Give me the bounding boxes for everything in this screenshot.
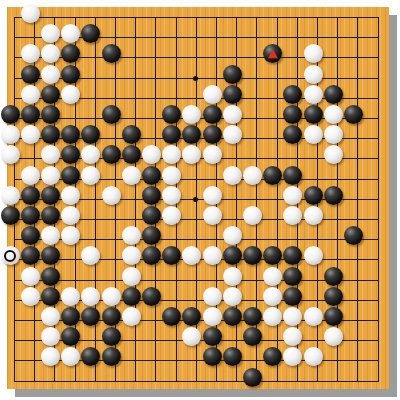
- white-stone: [81, 287, 100, 306]
- white-stone: [162, 206, 181, 225]
- white-stone: [223, 287, 242, 306]
- white-stone: [203, 287, 222, 306]
- white-stone: [223, 267, 242, 286]
- white-stone: [122, 166, 141, 185]
- white-stone: [61, 206, 80, 225]
- white-stone: [324, 105, 343, 124]
- white-stone: [263, 287, 282, 306]
- white-stone: [223, 105, 242, 124]
- white-stone: [1, 145, 20, 164]
- black-stone: [41, 125, 60, 144]
- black-stone: [41, 287, 60, 306]
- black-stone: [324, 307, 343, 326]
- white-stone: [223, 166, 242, 185]
- white-stone: [243, 206, 262, 225]
- white-stone: [81, 166, 100, 185]
- black-stone: [102, 307, 121, 326]
- white-stone: [223, 125, 242, 144]
- go-board[interactable]: [7, 7, 389, 389]
- black-stone: [102, 347, 121, 366]
- white-stone: [324, 327, 343, 346]
- black-stone: [21, 206, 40, 225]
- white-stone: [102, 287, 121, 306]
- white-stone: [41, 307, 60, 326]
- white-stone: [304, 206, 323, 225]
- white-stone: [41, 226, 60, 245]
- white-stone: [41, 24, 60, 43]
- go-app-window: [0, 0, 400, 400]
- white-stone: [203, 246, 222, 265]
- white-stone: [203, 206, 222, 225]
- white-stone: [304, 246, 323, 265]
- black-stone: [304, 186, 323, 205]
- triangle-marker: [268, 49, 278, 58]
- black-stone: [1, 105, 20, 124]
- black-stone: [122, 145, 141, 164]
- black-stone: [41, 105, 60, 124]
- black-stone: [283, 287, 302, 306]
- black-stone: [243, 327, 262, 346]
- white-stone: [122, 226, 141, 245]
- black-stone: [21, 246, 40, 265]
- black-stone: [142, 166, 161, 185]
- black-stone: [41, 267, 60, 286]
- black-stone: [142, 287, 161, 306]
- black-stone: [21, 65, 40, 84]
- white-stone: [203, 186, 222, 205]
- star-point: [193, 76, 198, 81]
- white-stone: [21, 287, 40, 306]
- black-stone: [21, 105, 40, 124]
- black-stone: [142, 226, 161, 245]
- black-stone: [344, 226, 363, 245]
- black-stone: [203, 105, 222, 124]
- black-stone: [223, 85, 242, 104]
- white-stone: [223, 226, 242, 245]
- black-stone: [162, 105, 181, 124]
- white-stone: [243, 166, 262, 185]
- black-stone: [283, 267, 302, 286]
- white-stone: [122, 267, 141, 286]
- black-stone: [324, 287, 343, 306]
- black-stone: [203, 347, 222, 366]
- white-stone: [203, 85, 222, 104]
- white-stone: [61, 287, 80, 306]
- white-stone: [21, 4, 40, 23]
- black-stone: [203, 327, 222, 346]
- black-stone: [102, 327, 121, 346]
- white-stone: [304, 44, 323, 63]
- white-stone: [304, 85, 323, 104]
- white-stone: [304, 125, 323, 144]
- black-stone: [102, 145, 121, 164]
- circle-marker: [4, 250, 16, 262]
- black-stone: [122, 125, 141, 144]
- white-stone: [41, 166, 60, 185]
- black-stone: [41, 206, 60, 225]
- black-stone: [61, 307, 80, 326]
- black-stone: [203, 125, 222, 144]
- white-stone: [102, 186, 121, 205]
- white-stone: [263, 307, 282, 326]
- black-stone: [283, 85, 302, 104]
- white-stone: [41, 65, 60, 84]
- black-stone: [243, 307, 262, 326]
- black-stone: [304, 105, 323, 124]
- black-stone: [1, 206, 20, 225]
- black-stone: [102, 105, 121, 124]
- white-stone: [304, 65, 323, 84]
- white-stone: [324, 145, 343, 164]
- black-stone: [61, 166, 80, 185]
- white-stone: [324, 125, 343, 144]
- black-stone: [223, 347, 242, 366]
- black-stone: [21, 186, 40, 205]
- white-stone: [203, 307, 222, 326]
- black-stone: [162, 307, 181, 326]
- black-stone: [223, 65, 242, 84]
- white-stone: [21, 125, 40, 144]
- black-stone: [324, 85, 343, 104]
- black-stone: [142, 206, 161, 225]
- white-stone: [21, 166, 40, 185]
- black-stone: [21, 226, 40, 245]
- black-stone: [122, 287, 141, 306]
- black-stone: [243, 368, 262, 387]
- white-stone: [162, 186, 181, 205]
- black-stone: [283, 166, 302, 185]
- black-stone: [324, 186, 343, 205]
- black-stone: [142, 186, 161, 205]
- white-stone: [21, 85, 40, 104]
- white-stone: [1, 125, 20, 144]
- black-stone: [41, 186, 60, 205]
- white-stone: [21, 267, 40, 286]
- white-stone: [162, 166, 181, 185]
- white-stone: [263, 267, 282, 286]
- white-stone: [122, 307, 141, 326]
- black-stone: [41, 85, 60, 104]
- black-stone: [61, 65, 80, 84]
- white-stone: [304, 307, 323, 326]
- black-stone: [102, 44, 121, 63]
- white-stone: [1, 186, 20, 205]
- black-stone: [324, 267, 343, 286]
- white-stone: [283, 186, 302, 205]
- white-stone: [122, 246, 141, 265]
- white-stone: [41, 327, 60, 346]
- white-stone: [61, 186, 80, 205]
- black-stone: [223, 307, 242, 326]
- white-stone: [203, 145, 222, 164]
- white-stone: [21, 44, 40, 63]
- white-stone: [1, 246, 20, 265]
- black-stone: [344, 105, 363, 124]
- white-stone: [61, 85, 80, 104]
- black-stone: [263, 166, 282, 185]
- black-stone: [223, 246, 242, 265]
- white-stone: [304, 347, 323, 366]
